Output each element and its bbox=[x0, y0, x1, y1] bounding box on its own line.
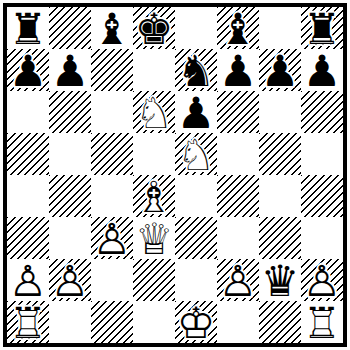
piece-glyph: ♙ bbox=[301, 259, 343, 301]
square-e5[interactable]: ♞♘ bbox=[175, 133, 217, 175]
piece-black-bishop[interactable]: ♝♝ bbox=[91, 7, 133, 49]
piece-black-pawn[interactable]: ♟♟ bbox=[49, 49, 91, 91]
piece-white-pawn[interactable]: ♟♙ bbox=[49, 259, 91, 301]
square-f7[interactable]: ♟♟ bbox=[217, 49, 259, 91]
piece-glyph: ♖ bbox=[7, 301, 49, 343]
piece-glyph: ♝ bbox=[217, 7, 259, 49]
square-h7[interactable]: ♟♟ bbox=[301, 49, 343, 91]
chess-diagram: ♜♜♝♝♚♚♝♝♜♜♟♟♟♟♞♞♟♟♟♟♟♟♞♘♟♟♞♘♝♗♟♙♛♕♟♙♟♙♟♙… bbox=[0, 0, 350, 350]
square-d5[interactable] bbox=[133, 133, 175, 175]
square-d3[interactable]: ♛♕ bbox=[133, 217, 175, 259]
square-g4[interactable] bbox=[259, 175, 301, 217]
piece-black-rook[interactable]: ♜♜ bbox=[7, 7, 49, 49]
piece-glyph: ♙ bbox=[91, 217, 133, 259]
square-d6[interactable]: ♞♘ bbox=[133, 91, 175, 133]
square-c5[interactable] bbox=[91, 133, 133, 175]
square-d1[interactable] bbox=[133, 301, 175, 343]
square-b1[interactable] bbox=[49, 301, 91, 343]
square-d4[interactable]: ♝♗ bbox=[133, 175, 175, 217]
piece-black-pawn[interactable]: ♟♟ bbox=[301, 49, 343, 91]
square-a5[interactable] bbox=[7, 133, 49, 175]
piece-black-rook[interactable]: ♜♜ bbox=[301, 7, 343, 49]
piece-white-queen[interactable]: ♛♕ bbox=[133, 217, 175, 259]
piece-black-pawn[interactable]: ♟♟ bbox=[217, 49, 259, 91]
square-g5[interactable] bbox=[259, 133, 301, 175]
square-g3[interactable] bbox=[259, 217, 301, 259]
piece-glyph: ♟ bbox=[49, 49, 91, 91]
piece-glyph: ♟ bbox=[217, 49, 259, 91]
piece-black-pawn[interactable]: ♟♟ bbox=[7, 49, 49, 91]
piece-black-queen[interactable]: ♛♛ bbox=[259, 259, 301, 301]
piece-glyph: ♜ bbox=[7, 7, 49, 49]
square-g6[interactable] bbox=[259, 91, 301, 133]
piece-glyph: ♘ bbox=[133, 91, 175, 133]
piece-glyph: ♙ bbox=[49, 259, 91, 301]
square-a1[interactable]: ♜♖ bbox=[7, 301, 49, 343]
square-f4[interactable] bbox=[217, 175, 259, 217]
square-g2[interactable]: ♛♛ bbox=[259, 259, 301, 301]
square-b4[interactable] bbox=[49, 175, 91, 217]
piece-glyph: ♖ bbox=[301, 301, 343, 343]
square-d8[interactable]: ♚♚ bbox=[133, 7, 175, 49]
square-e3[interactable] bbox=[175, 217, 217, 259]
square-h4[interactable] bbox=[301, 175, 343, 217]
square-e7[interactable]: ♞♞ bbox=[175, 49, 217, 91]
square-e2[interactable] bbox=[175, 259, 217, 301]
square-f5[interactable] bbox=[217, 133, 259, 175]
square-c4[interactable] bbox=[91, 175, 133, 217]
piece-glyph: ♘ bbox=[175, 133, 217, 175]
piece-glyph: ♟ bbox=[175, 91, 217, 133]
piece-glyph: ♚ bbox=[133, 7, 175, 49]
piece-glyph: ♙ bbox=[217, 259, 259, 301]
piece-glyph: ♛ bbox=[259, 259, 301, 301]
square-f6[interactable] bbox=[217, 91, 259, 133]
square-h8[interactable]: ♜♜ bbox=[301, 7, 343, 49]
piece-white-king[interactable]: ♚♔ bbox=[175, 301, 217, 343]
square-d2[interactable] bbox=[133, 259, 175, 301]
square-e6[interactable]: ♟♟ bbox=[175, 91, 217, 133]
square-g1[interactable] bbox=[259, 301, 301, 343]
square-f1[interactable] bbox=[217, 301, 259, 343]
square-c6[interactable] bbox=[91, 91, 133, 133]
square-a2[interactable]: ♟♙ bbox=[7, 259, 49, 301]
piece-glyph: ♟ bbox=[301, 49, 343, 91]
square-c8[interactable]: ♝♝ bbox=[91, 7, 133, 49]
piece-white-pawn[interactable]: ♟♙ bbox=[301, 259, 343, 301]
piece-glyph: ♕ bbox=[133, 217, 175, 259]
square-e1[interactable]: ♚♔ bbox=[175, 301, 217, 343]
square-h3[interactable] bbox=[301, 217, 343, 259]
square-h6[interactable] bbox=[301, 91, 343, 133]
square-c2[interactable] bbox=[91, 259, 133, 301]
chess-board: ♜♜♝♝♚♚♝♝♜♜♟♟♟♟♞♞♟♟♟♟♟♟♞♘♟♟♞♘♝♗♟♙♛♕♟♙♟♙♟♙… bbox=[7, 7, 343, 343]
square-a6[interactable] bbox=[7, 91, 49, 133]
piece-white-knight[interactable]: ♞♘ bbox=[133, 91, 175, 133]
square-c3[interactable]: ♟♙ bbox=[91, 217, 133, 259]
piece-glyph: ♙ bbox=[7, 259, 49, 301]
piece-white-pawn[interactable]: ♟♙ bbox=[217, 259, 259, 301]
square-c7[interactable] bbox=[91, 49, 133, 91]
piece-glyph: ♗ bbox=[133, 175, 175, 217]
piece-black-pawn[interactable]: ♟♟ bbox=[259, 49, 301, 91]
square-d7[interactable] bbox=[133, 49, 175, 91]
square-h5[interactable] bbox=[301, 133, 343, 175]
piece-black-pawn[interactable]: ♟♟ bbox=[175, 91, 217, 133]
square-c1[interactable] bbox=[91, 301, 133, 343]
piece-glyph: ♟ bbox=[7, 49, 49, 91]
piece-glyph: ♜ bbox=[301, 7, 343, 49]
square-a8[interactable]: ♜♜ bbox=[7, 7, 49, 49]
square-b6[interactable] bbox=[49, 91, 91, 133]
square-h2[interactable]: ♟♙ bbox=[301, 259, 343, 301]
square-g7[interactable]: ♟♟ bbox=[259, 49, 301, 91]
piece-glyph: ♞ bbox=[175, 49, 217, 91]
square-f2[interactable]: ♟♙ bbox=[217, 259, 259, 301]
square-a3[interactable] bbox=[7, 217, 49, 259]
piece-black-knight[interactable]: ♞♞ bbox=[175, 49, 217, 91]
piece-white-pawn[interactable]: ♟♙ bbox=[7, 259, 49, 301]
square-b8[interactable] bbox=[49, 7, 91, 49]
square-b7[interactable]: ♟♟ bbox=[49, 49, 91, 91]
square-b2[interactable]: ♟♙ bbox=[49, 259, 91, 301]
square-e4[interactable] bbox=[175, 175, 217, 217]
square-e8[interactable] bbox=[175, 7, 217, 49]
piece-white-rook[interactable]: ♜♖ bbox=[7, 301, 49, 343]
square-h1[interactable]: ♜♖ bbox=[301, 301, 343, 343]
square-a4[interactable] bbox=[7, 175, 49, 217]
square-b3[interactable] bbox=[49, 217, 91, 259]
piece-white-pawn[interactable]: ♟♙ bbox=[91, 217, 133, 259]
square-f3[interactable] bbox=[217, 217, 259, 259]
piece-black-bishop[interactable]: ♝♝ bbox=[217, 7, 259, 49]
square-g8[interactable] bbox=[259, 7, 301, 49]
piece-white-knight[interactable]: ♞♘ bbox=[175, 133, 217, 175]
piece-white-bishop[interactable]: ♝♗ bbox=[133, 175, 175, 217]
square-b5[interactable] bbox=[49, 133, 91, 175]
piece-glyph: ♟ bbox=[259, 49, 301, 91]
piece-glyph: ♝ bbox=[91, 7, 133, 49]
piece-black-king[interactable]: ♚♚ bbox=[133, 7, 175, 49]
piece-white-rook[interactable]: ♜♖ bbox=[301, 301, 343, 343]
board-frame: ♜♜♝♝♚♚♝♝♜♜♟♟♟♟♞♞♟♟♟♟♟♟♞♘♟♟♞♘♝♗♟♙♛♕♟♙♟♙♟♙… bbox=[3, 3, 347, 347]
square-f8[interactable]: ♝♝ bbox=[217, 7, 259, 49]
piece-glyph: ♔ bbox=[175, 301, 217, 343]
square-a7[interactable]: ♟♟ bbox=[7, 49, 49, 91]
